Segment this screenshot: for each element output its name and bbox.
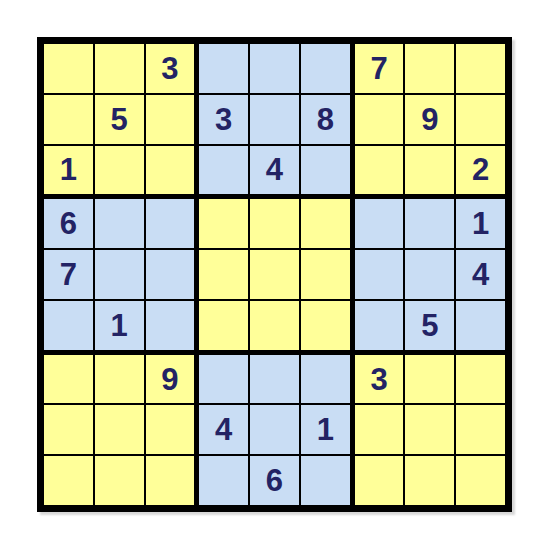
cell-r2c6[interactable]: 8: [301, 95, 350, 144]
cell-r8c5[interactable]: [250, 405, 299, 454]
cell-r7c8[interactable]: [405, 355, 454, 404]
cell-r3c8[interactable]: [405, 146, 454, 195]
cell-r5c7[interactable]: [355, 250, 404, 299]
cell-r4c6[interactable]: [301, 199, 350, 248]
cell-r1c2[interactable]: [95, 44, 144, 93]
cell-r5c1[interactable]: 7: [44, 250, 93, 299]
cell-r2c1[interactable]: [44, 95, 93, 144]
cell-r7c1[interactable]: [44, 355, 93, 404]
cell-r8c6[interactable]: 1: [301, 405, 350, 454]
cell-r8c3[interactable]: [146, 405, 195, 454]
cell-r2c8[interactable]: 9: [405, 95, 454, 144]
cell-r7c6[interactable]: [301, 355, 350, 404]
cell-r2c3[interactable]: [146, 95, 195, 144]
cell-r9c3[interactable]: [146, 456, 195, 505]
cell-r9c2[interactable]: [95, 456, 144, 505]
box-r0c2: 792: [355, 44, 505, 194]
cell-r6c4[interactable]: [199, 301, 248, 350]
cell-r2c2[interactable]: 5: [95, 95, 144, 144]
cell-r5c2[interactable]: [95, 250, 144, 299]
cell-r6c7[interactable]: [355, 301, 404, 350]
cell-r9c5[interactable]: 6: [250, 456, 299, 505]
cell-r5c5[interactable]: [250, 250, 299, 299]
box-r2c2: 3: [355, 355, 505, 505]
cell-r4c2[interactable]: [95, 199, 144, 248]
cell-r1c4[interactable]: [199, 44, 248, 93]
box-r2c0: 9: [44, 355, 194, 505]
cell-r9c6[interactable]: [301, 456, 350, 505]
cell-r1c1[interactable]: [44, 44, 93, 93]
cell-r4c8[interactable]: [405, 199, 454, 248]
cell-r7c4[interactable]: [199, 355, 248, 404]
cell-r8c8[interactable]: [405, 405, 454, 454]
cell-r5c3[interactable]: [146, 250, 195, 299]
cell-r5c4[interactable]: [199, 250, 248, 299]
cell-r1c5[interactable]: [250, 44, 299, 93]
cell-r7c3[interactable]: 9: [146, 355, 195, 404]
cell-r9c1[interactable]: [44, 456, 93, 505]
cell-r1c9[interactable]: [456, 44, 505, 93]
cell-r3c1[interactable]: 1: [44, 146, 93, 195]
cell-r4c4[interactable]: [199, 199, 248, 248]
cell-r3c6[interactable]: [301, 146, 350, 195]
cell-r9c9[interactable]: [456, 456, 505, 505]
cell-r9c7[interactable]: [355, 456, 404, 505]
cell-r6c3[interactable]: [146, 301, 195, 350]
box-r1c2: 145: [355, 199, 505, 349]
cell-r6c8[interactable]: 5: [405, 301, 454, 350]
cell-r4c7[interactable]: [355, 199, 404, 248]
cell-r8c9[interactable]: [456, 405, 505, 454]
cell-r1c6[interactable]: [301, 44, 350, 93]
cell-r3c9[interactable]: 2: [456, 146, 505, 195]
cell-r3c7[interactable]: [355, 146, 404, 195]
cell-r1c7[interactable]: 7: [355, 44, 404, 93]
cell-r9c4[interactable]: [199, 456, 248, 505]
cell-r3c5[interactable]: 4: [250, 146, 299, 195]
cell-r8c4[interactable]: 4: [199, 405, 248, 454]
cell-r3c4[interactable]: [199, 146, 248, 195]
cell-r6c2[interactable]: 1: [95, 301, 144, 350]
cell-r6c1[interactable]: [44, 301, 93, 350]
box-r1c1: [199, 199, 349, 349]
cell-r6c9[interactable]: [456, 301, 505, 350]
cell-r4c9[interactable]: 1: [456, 199, 505, 248]
cell-r5c8[interactable]: [405, 250, 454, 299]
box-r2c1: 416: [199, 355, 349, 505]
cell-r4c5[interactable]: [250, 199, 299, 248]
cell-r4c3[interactable]: [146, 199, 195, 248]
box-r0c1: 384: [199, 44, 349, 194]
cell-r2c7[interactable]: [355, 95, 404, 144]
cell-r2c4[interactable]: 3: [199, 95, 248, 144]
cell-r6c6[interactable]: [301, 301, 350, 350]
cell-r7c7[interactable]: 3: [355, 355, 404, 404]
cell-r5c9[interactable]: 4: [456, 250, 505, 299]
cell-r4c1[interactable]: 6: [44, 199, 93, 248]
cell-r8c2[interactable]: [95, 405, 144, 454]
cell-r8c1[interactable]: [44, 405, 93, 454]
cell-r3c2[interactable]: [95, 146, 144, 195]
cell-r6c5[interactable]: [250, 301, 299, 350]
page-background: 35138479267114594163: [0, 0, 550, 550]
cell-r7c9[interactable]: [456, 355, 505, 404]
cell-r2c5[interactable]: [250, 95, 299, 144]
sudoku-board: 35138479267114594163: [37, 37, 512, 512]
cell-r3c3[interactable]: [146, 146, 195, 195]
cell-r7c5[interactable]: [250, 355, 299, 404]
cell-r9c8[interactable]: [405, 456, 454, 505]
cell-r8c7[interactable]: [355, 405, 404, 454]
cell-r1c8[interactable]: [405, 44, 454, 93]
box-r0c0: 351: [44, 44, 194, 194]
cell-r1c3[interactable]: 3: [146, 44, 195, 93]
cell-r5c6[interactable]: [301, 250, 350, 299]
cell-r2c9[interactable]: [456, 95, 505, 144]
box-r1c0: 671: [44, 199, 194, 349]
cell-r7c2[interactable]: [95, 355, 144, 404]
